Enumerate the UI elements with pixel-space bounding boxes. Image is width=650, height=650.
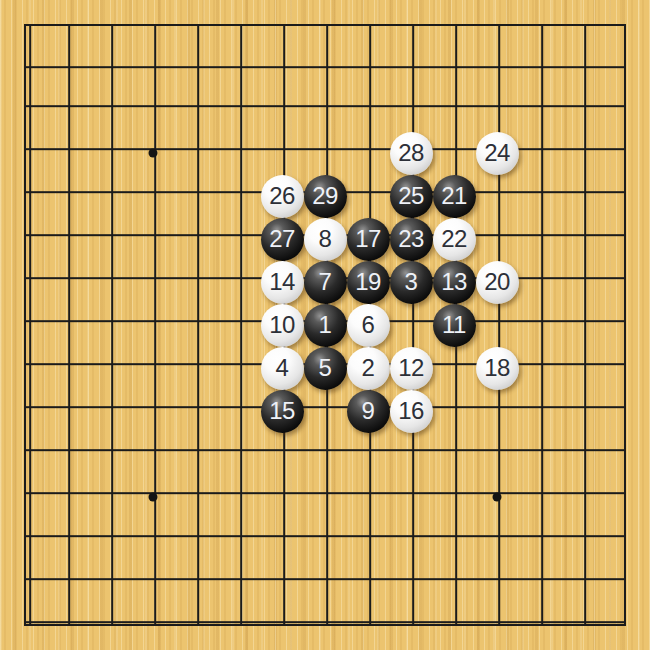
intersection[interactable] xyxy=(46,89,89,132)
intersection[interactable] xyxy=(175,433,218,476)
intersection[interactable] xyxy=(390,519,433,562)
intersection[interactable] xyxy=(132,3,175,46)
intersection[interactable]: 1 xyxy=(304,304,347,347)
intersection[interactable] xyxy=(347,519,390,562)
intersection[interactable] xyxy=(347,476,390,519)
stone-white: 20 xyxy=(476,261,519,304)
intersection[interactable] xyxy=(390,304,433,347)
intersection[interactable] xyxy=(89,519,132,562)
move-number: 6 xyxy=(362,313,375,337)
intersection[interactable] xyxy=(46,390,89,433)
intersection[interactable]: 4 xyxy=(261,347,304,390)
intersection[interactable] xyxy=(175,476,218,519)
intersection[interactable]: 24 xyxy=(476,132,519,175)
intersection[interactable] xyxy=(562,175,605,218)
intersection[interactable] xyxy=(476,89,519,132)
intersection[interactable] xyxy=(175,519,218,562)
intersection[interactable] xyxy=(261,605,304,648)
intersection[interactable] xyxy=(3,433,46,476)
intersection[interactable]: 15 xyxy=(261,390,304,433)
intersection[interactable] xyxy=(3,175,46,218)
intersection[interactable] xyxy=(218,218,261,261)
intersection[interactable] xyxy=(605,476,648,519)
stone-white: 8 xyxy=(304,218,347,261)
intersection[interactable] xyxy=(519,46,562,89)
intersection[interactable] xyxy=(476,175,519,218)
intersection[interactable] xyxy=(89,390,132,433)
intersection[interactable] xyxy=(476,218,519,261)
intersection[interactable] xyxy=(132,175,175,218)
intersection[interactable] xyxy=(347,3,390,46)
intersection[interactable]: 28 xyxy=(390,132,433,175)
intersection[interactable] xyxy=(519,132,562,175)
intersection[interactable] xyxy=(605,46,648,89)
intersection[interactable]: 21 xyxy=(433,175,476,218)
intersection[interactable] xyxy=(390,562,433,605)
go-board-diagram: 2824262925212781723221471931320101611452… xyxy=(0,0,650,650)
intersection[interactable] xyxy=(46,433,89,476)
intersection[interactable] xyxy=(3,132,46,175)
intersection[interactable] xyxy=(519,433,562,476)
stone-black: 11 xyxy=(433,304,476,347)
move-number: 25 xyxy=(398,184,424,208)
intersection[interactable] xyxy=(433,3,476,46)
intersection[interactable] xyxy=(175,347,218,390)
intersection[interactable] xyxy=(175,175,218,218)
intersection[interactable]: 18 xyxy=(476,347,519,390)
intersection[interactable] xyxy=(433,476,476,519)
intersection[interactable] xyxy=(89,562,132,605)
move-number: 22 xyxy=(441,227,467,251)
intersection[interactable] xyxy=(218,562,261,605)
intersection[interactable] xyxy=(519,3,562,46)
intersection[interactable] xyxy=(175,89,218,132)
move-number: 19 xyxy=(355,270,381,294)
move-number: 7 xyxy=(319,270,332,294)
stone-white: 16 xyxy=(390,390,433,433)
stone-white: 26 xyxy=(261,175,304,218)
intersection[interactable] xyxy=(3,519,46,562)
intersection[interactable] xyxy=(3,218,46,261)
move-number: 26 xyxy=(269,184,295,208)
intersection[interactable]: 26 xyxy=(261,175,304,218)
intersection[interactable] xyxy=(347,433,390,476)
stone-black: 29 xyxy=(304,175,347,218)
intersection[interactable] xyxy=(89,175,132,218)
intersection[interactable]: 17 xyxy=(347,218,390,261)
intersection[interactable] xyxy=(89,605,132,648)
move-number: 10 xyxy=(269,313,295,337)
intersection[interactable] xyxy=(605,132,648,175)
intersection[interactable] xyxy=(562,519,605,562)
move-number: 8 xyxy=(319,227,332,251)
intersection[interactable] xyxy=(347,132,390,175)
intersection[interactable] xyxy=(304,433,347,476)
stone-white: 4 xyxy=(261,347,304,390)
intersection[interactable] xyxy=(519,347,562,390)
intersection[interactable] xyxy=(175,304,218,347)
intersection[interactable] xyxy=(89,218,132,261)
intersection[interactable] xyxy=(132,476,175,519)
intersection[interactable] xyxy=(304,605,347,648)
intersection[interactable] xyxy=(132,89,175,132)
intersection[interactable] xyxy=(89,132,132,175)
intersection[interactable] xyxy=(347,562,390,605)
move-number: 21 xyxy=(441,184,467,208)
move-number: 16 xyxy=(398,399,424,423)
intersection[interactable] xyxy=(218,304,261,347)
intersection[interactable] xyxy=(218,605,261,648)
intersection[interactable] xyxy=(132,261,175,304)
intersection[interactable] xyxy=(132,132,175,175)
stone-white: 18 xyxy=(476,347,519,390)
intersection[interactable] xyxy=(605,605,648,648)
intersection[interactable]: 13 xyxy=(433,261,476,304)
intersection[interactable] xyxy=(132,433,175,476)
intersection[interactable]: 10 xyxy=(261,304,304,347)
intersection[interactable] xyxy=(3,347,46,390)
intersection[interactable] xyxy=(3,562,46,605)
intersection[interactable] xyxy=(605,519,648,562)
intersection[interactable] xyxy=(390,476,433,519)
intersection[interactable] xyxy=(476,519,519,562)
stone-black: 1 xyxy=(304,304,347,347)
move-number: 2 xyxy=(362,356,375,380)
intersection[interactable] xyxy=(261,46,304,89)
intersection[interactable]: 22 xyxy=(433,218,476,261)
intersection[interactable] xyxy=(3,390,46,433)
intersection[interactable] xyxy=(562,347,605,390)
intersection[interactable]: 23 xyxy=(390,218,433,261)
intersection[interactable] xyxy=(304,562,347,605)
intersection[interactable] xyxy=(218,347,261,390)
intersection[interactable] xyxy=(261,132,304,175)
intersection[interactable] xyxy=(304,519,347,562)
stone-white: 6 xyxy=(347,304,390,347)
intersection[interactable] xyxy=(175,605,218,648)
go-board[interactable]: 2824262925212781723221471931320101611452… xyxy=(3,3,648,648)
intersection[interactable] xyxy=(261,3,304,46)
intersection[interactable] xyxy=(89,3,132,46)
intersection[interactable]: 6 xyxy=(347,304,390,347)
intersection[interactable] xyxy=(3,476,46,519)
intersection[interactable] xyxy=(433,46,476,89)
intersection[interactable] xyxy=(132,46,175,89)
intersection[interactable] xyxy=(519,605,562,648)
intersection[interactable] xyxy=(46,605,89,648)
stone-black: 3 xyxy=(390,261,433,304)
intersection[interactable] xyxy=(3,89,46,132)
stone-black: 13 xyxy=(433,261,476,304)
move-number: 27 xyxy=(269,227,295,251)
move-number: 18 xyxy=(484,356,510,380)
move-number: 28 xyxy=(398,141,424,165)
intersection[interactable] xyxy=(519,390,562,433)
intersection[interactable] xyxy=(605,3,648,46)
intersection[interactable]: 27 xyxy=(261,218,304,261)
intersection[interactable] xyxy=(605,433,648,476)
intersection[interactable] xyxy=(175,562,218,605)
intersection[interactable] xyxy=(132,605,175,648)
move-number: 24 xyxy=(484,141,510,165)
stone-black: 9 xyxy=(347,390,390,433)
intersection[interactable] xyxy=(562,46,605,89)
intersection[interactable] xyxy=(562,605,605,648)
intersection[interactable]: 7 xyxy=(304,261,347,304)
move-number: 14 xyxy=(269,270,295,294)
move-number: 3 xyxy=(405,270,418,294)
intersection[interactable] xyxy=(605,562,648,605)
intersection[interactable] xyxy=(304,89,347,132)
intersection[interactable] xyxy=(261,433,304,476)
intersection[interactable] xyxy=(390,89,433,132)
intersection[interactable] xyxy=(132,304,175,347)
move-number: 5 xyxy=(319,356,332,380)
intersection[interactable] xyxy=(433,562,476,605)
intersection[interactable]: 20 xyxy=(476,261,519,304)
intersection[interactable] xyxy=(218,261,261,304)
move-number: 11 xyxy=(442,313,466,337)
intersection[interactable]: 16 xyxy=(390,390,433,433)
intersection[interactable] xyxy=(304,390,347,433)
stone-black: 21 xyxy=(433,175,476,218)
move-number: 29 xyxy=(312,184,338,208)
intersection[interactable] xyxy=(562,562,605,605)
intersection[interactable]: 11 xyxy=(433,304,476,347)
intersection[interactable] xyxy=(175,3,218,46)
intersection[interactable] xyxy=(261,519,304,562)
intersection[interactable] xyxy=(562,476,605,519)
stone-black: 5 xyxy=(304,347,347,390)
intersection[interactable] xyxy=(519,89,562,132)
move-number: 23 xyxy=(398,227,424,251)
intersection[interactable]: 3 xyxy=(390,261,433,304)
intersection[interactable] xyxy=(132,562,175,605)
intersection[interactable] xyxy=(46,519,89,562)
intersection[interactable] xyxy=(175,46,218,89)
intersection[interactable] xyxy=(175,261,218,304)
intersection[interactable] xyxy=(476,46,519,89)
intersection[interactable] xyxy=(605,390,648,433)
intersection[interactable] xyxy=(562,390,605,433)
intersection[interactable] xyxy=(218,46,261,89)
intersection[interactable] xyxy=(519,304,562,347)
intersection[interactable] xyxy=(3,605,46,648)
move-number: 4 xyxy=(276,356,289,380)
intersection[interactable]: 9 xyxy=(347,390,390,433)
intersection[interactable]: 12 xyxy=(390,347,433,390)
intersection[interactable] xyxy=(218,433,261,476)
intersection[interactable] xyxy=(476,562,519,605)
intersection[interactable] xyxy=(261,89,304,132)
intersection[interactable] xyxy=(476,304,519,347)
stone-black: 7 xyxy=(304,261,347,304)
intersection[interactable] xyxy=(3,304,46,347)
intersection[interactable] xyxy=(476,433,519,476)
stone-white: 22 xyxy=(433,218,476,261)
intersection[interactable] xyxy=(562,433,605,476)
intersection[interactable] xyxy=(476,476,519,519)
intersection[interactable]: 2 xyxy=(347,347,390,390)
stone-black: 17 xyxy=(347,218,390,261)
stone-black: 23 xyxy=(390,218,433,261)
intersection[interactable] xyxy=(562,304,605,347)
stone-black: 19 xyxy=(347,261,390,304)
move-number: 13 xyxy=(441,270,467,294)
intersection[interactable] xyxy=(562,261,605,304)
intersection[interactable] xyxy=(218,476,261,519)
intersection[interactable] xyxy=(390,433,433,476)
intersection[interactable] xyxy=(46,132,89,175)
intersection[interactable] xyxy=(605,89,648,132)
stone-white: 28 xyxy=(390,132,433,175)
intersection[interactable] xyxy=(218,175,261,218)
intersection[interactable] xyxy=(433,433,476,476)
intersection[interactable] xyxy=(519,175,562,218)
intersection[interactable] xyxy=(132,519,175,562)
intersection[interactable] xyxy=(476,605,519,648)
intersection[interactable] xyxy=(89,46,132,89)
intersection[interactable]: 25 xyxy=(390,175,433,218)
intersection[interactable] xyxy=(562,218,605,261)
move-number: 1 xyxy=(319,313,332,337)
intersection[interactable] xyxy=(175,132,218,175)
intersection[interactable] xyxy=(304,3,347,46)
move-number: 20 xyxy=(484,270,510,294)
intersection[interactable] xyxy=(175,218,218,261)
intersection[interactable] xyxy=(132,347,175,390)
intersection[interactable] xyxy=(261,476,304,519)
stone-black: 25 xyxy=(390,175,433,218)
intersection[interactable] xyxy=(46,476,89,519)
intersection[interactable] xyxy=(390,605,433,648)
intersection[interactable] xyxy=(519,519,562,562)
intersection[interactable] xyxy=(476,3,519,46)
intersection[interactable] xyxy=(175,390,218,433)
stone-white: 24 xyxy=(476,132,519,175)
intersection[interactable] xyxy=(218,390,261,433)
intersection[interactable] xyxy=(261,562,304,605)
intersection[interactable] xyxy=(347,605,390,648)
intersection[interactable] xyxy=(46,562,89,605)
stone-black: 15 xyxy=(261,390,304,433)
intersection[interactable] xyxy=(476,390,519,433)
intersection[interactable] xyxy=(89,476,132,519)
intersection[interactable] xyxy=(519,261,562,304)
intersection[interactable] xyxy=(218,132,261,175)
move-number: 12 xyxy=(398,356,424,380)
intersection[interactable]: 19 xyxy=(347,261,390,304)
intersection[interactable] xyxy=(605,347,648,390)
intersection[interactable] xyxy=(132,218,175,261)
intersection[interactable] xyxy=(519,218,562,261)
intersection[interactable] xyxy=(89,433,132,476)
intersection[interactable] xyxy=(433,132,476,175)
intersection[interactable] xyxy=(304,476,347,519)
intersection[interactable] xyxy=(304,46,347,89)
intersection[interactable] xyxy=(605,218,648,261)
intersection[interactable]: 14 xyxy=(261,261,304,304)
stone-black: 27 xyxy=(261,218,304,261)
intersection[interactable] xyxy=(562,132,605,175)
intersection[interactable]: 8 xyxy=(304,218,347,261)
intersection[interactable] xyxy=(433,605,476,648)
intersection[interactable] xyxy=(218,3,261,46)
intersection[interactable] xyxy=(347,46,390,89)
intersection[interactable] xyxy=(46,347,89,390)
intersection[interactable] xyxy=(433,390,476,433)
intersection[interactable] xyxy=(46,3,89,46)
intersection[interactable]: 5 xyxy=(304,347,347,390)
intersection[interactable] xyxy=(218,519,261,562)
intersection[interactable] xyxy=(46,218,89,261)
intersection[interactable] xyxy=(519,562,562,605)
stone-white: 14 xyxy=(261,261,304,304)
intersection[interactable] xyxy=(89,89,132,132)
intersection[interactable] xyxy=(89,347,132,390)
intersection[interactable] xyxy=(433,347,476,390)
intersection[interactable] xyxy=(605,261,648,304)
stone-white: 10 xyxy=(261,304,304,347)
intersection[interactable] xyxy=(3,3,46,46)
stone-white: 2 xyxy=(347,347,390,390)
intersection[interactable] xyxy=(3,46,46,89)
intersection[interactable] xyxy=(605,175,648,218)
intersection[interactable] xyxy=(46,46,89,89)
intersection[interactable] xyxy=(3,261,46,304)
intersection[interactable] xyxy=(347,175,390,218)
intersection[interactable] xyxy=(562,89,605,132)
intersection[interactable] xyxy=(433,89,476,132)
intersection[interactable]: 29 xyxy=(304,175,347,218)
intersection[interactable] xyxy=(390,3,433,46)
intersection[interactable] xyxy=(433,519,476,562)
intersection[interactable] xyxy=(390,46,433,89)
intersection[interactable] xyxy=(46,175,89,218)
intersection[interactable] xyxy=(605,304,648,347)
stone-white: 12 xyxy=(390,347,433,390)
intersection[interactable] xyxy=(218,89,261,132)
intersection[interactable] xyxy=(519,476,562,519)
intersection[interactable] xyxy=(89,304,132,347)
intersection[interactable] xyxy=(89,261,132,304)
intersection[interactable] xyxy=(46,304,89,347)
intersection[interactable] xyxy=(347,89,390,132)
intersection[interactable] xyxy=(46,261,89,304)
move-number: 17 xyxy=(355,227,381,251)
move-number: 9 xyxy=(362,399,375,423)
move-number: 15 xyxy=(269,399,295,423)
intersection[interactable] xyxy=(562,3,605,46)
intersection[interactable] xyxy=(304,132,347,175)
intersection[interactable] xyxy=(132,390,175,433)
